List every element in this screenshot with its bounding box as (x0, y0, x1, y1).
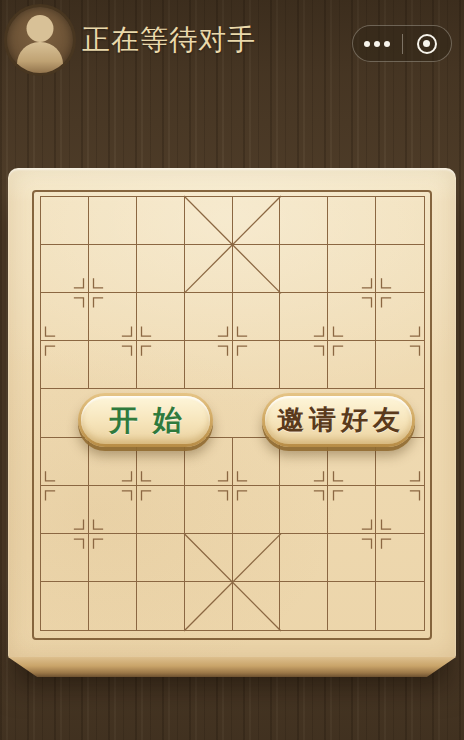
board-cell (233, 293, 281, 341)
board-cell (185, 293, 233, 341)
invite-friends-button-label: 邀请好友 (272, 407, 405, 434)
board-cell (233, 197, 281, 245)
exit-button[interactable] (403, 26, 452, 61)
board-bottom-edge (8, 657, 456, 677)
board-cell (185, 582, 233, 630)
board-cell (185, 197, 233, 245)
avatar-person-icon (27, 15, 54, 42)
board-cell (233, 341, 281, 389)
board-cell (41, 438, 89, 486)
board-cell (376, 534, 424, 582)
board-cell (376, 197, 424, 245)
board-cell (185, 245, 233, 293)
board-cell (89, 582, 137, 630)
board-cell (89, 293, 137, 341)
board-cell (233, 534, 281, 582)
waiting-status-text: 正在等待对手 (82, 23, 256, 57)
board-cell (280, 245, 328, 293)
exit-target-icon (417, 34, 437, 54)
invite-friends-button[interactable]: 邀请好友 (262, 393, 415, 447)
board-cell (376, 582, 424, 630)
board-cell (328, 197, 376, 245)
board-cell (137, 341, 185, 389)
board-cell (328, 582, 376, 630)
board-cell (185, 341, 233, 389)
board-cell (233, 582, 281, 630)
board-cell (137, 245, 185, 293)
board-cell (185, 534, 233, 582)
board-cell (89, 197, 137, 245)
avatar-person-icon (17, 42, 63, 73)
board-cell (280, 582, 328, 630)
invite-friends-button-face: 邀请好友 (265, 396, 412, 444)
board-cell (41, 534, 89, 582)
board-cell (137, 197, 185, 245)
board-cell (185, 486, 233, 534)
board-cell (328, 534, 376, 582)
board-cell (376, 341, 424, 389)
more-button[interactable] (353, 26, 402, 61)
board-cell (233, 438, 281, 486)
board-cell (280, 341, 328, 389)
board-cell (233, 245, 281, 293)
board-cell (328, 486, 376, 534)
board-cell (41, 341, 89, 389)
board-cell (41, 486, 89, 534)
board-cell (280, 486, 328, 534)
more-dots-icon (364, 41, 370, 47)
start-button-face: 开始 (81, 396, 210, 444)
board-cell (137, 534, 185, 582)
wechat-capsule (352, 25, 452, 62)
more-dots-icon (374, 41, 380, 47)
board-cell (376, 486, 424, 534)
board-cell (89, 486, 137, 534)
page-background: { "game": "xiangqi", "position": { "fen"… (0, 0, 464, 740)
start-button-label: 开始 (94, 406, 197, 435)
board-cell (89, 341, 137, 389)
board-cell (280, 197, 328, 245)
user-avatar (7, 7, 73, 73)
board-cell (41, 245, 89, 293)
board-cell (137, 293, 185, 341)
exit-target-icon (423, 40, 430, 47)
board-cell (280, 534, 328, 582)
board-cell (233, 486, 281, 534)
board-cell (328, 245, 376, 293)
start-button[interactable]: 开始 (78, 393, 213, 447)
board-cell (41, 197, 89, 245)
board-cell (376, 245, 424, 293)
board-cell (280, 293, 328, 341)
board-cell (137, 582, 185, 630)
board-cell (328, 293, 376, 341)
board-cell (89, 245, 137, 293)
board-cell (41, 293, 89, 341)
board-cell (137, 486, 185, 534)
board-cell (41, 582, 89, 630)
board-cell (376, 293, 424, 341)
board-cell (328, 341, 376, 389)
more-dots-icon (384, 41, 390, 47)
board-cell (89, 534, 137, 582)
